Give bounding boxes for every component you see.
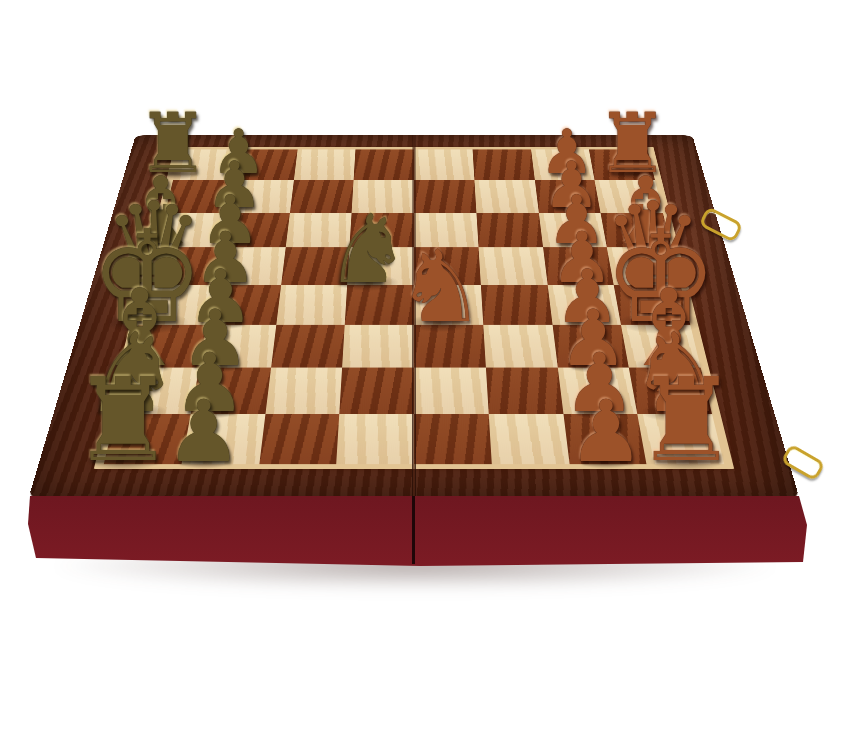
square-c3r8[interactable] (259, 414, 340, 464)
square-c6r6[interactable] (483, 325, 557, 368)
piece-copper-knight-d5[interactable]: ♞ (391, 238, 491, 338)
square-c4r7[interactable] (339, 368, 414, 414)
square-c6r2[interactable] (474, 180, 538, 213)
square-c5r1[interactable] (414, 149, 474, 180)
piece-brass-pawn-a2[interactable]: ♟ (161, 389, 246, 474)
ground-shadow (55, 546, 775, 590)
square-c6r7[interactable] (486, 368, 563, 414)
square-c3r1[interactable] (294, 149, 356, 180)
square-c3r7[interactable] (265, 368, 342, 414)
square-c4r8[interactable] (336, 414, 414, 464)
square-c5r8[interactable] (414, 414, 492, 464)
square-c5r7[interactable] (414, 368, 489, 414)
square-c4r1[interactable] (354, 149, 414, 180)
square-c6r8[interactable] (489, 414, 570, 464)
square-c5r2[interactable] (414, 180, 476, 213)
square-c3r6[interactable] (271, 325, 345, 368)
box-front-seam (412, 496, 415, 564)
piece-copper-rook-a8[interactable]: ♜ (629, 363, 744, 478)
square-c6r1[interactable] (472, 149, 534, 180)
chess-photo-scene: ♜♟♟♜♟♟♝♟♟♝♛♟♞♟♛♚♟♞♟♚♝♟♟♝♞♟♟♞♜♟♟♜ (0, 0, 855, 738)
square-c6r5[interactable] (481, 285, 552, 325)
